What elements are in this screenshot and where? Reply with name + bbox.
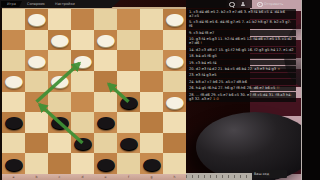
board-cell[interactable] xyxy=(94,50,117,71)
board-cell[interactable] xyxy=(71,30,94,51)
file-label: a xyxy=(2,174,25,180)
board-cell[interactable] xyxy=(94,71,117,92)
board-cell[interactable] xyxy=(48,153,71,174)
board-cell[interactable] xyxy=(117,71,140,92)
user-icon[interactable] xyxy=(241,2,245,6)
move-list-row[interactable]: 20. d2-e3 f4:d2 21. b4-c5 d6:b4 22. a3:e… xyxy=(187,66,296,71)
board-cell[interactable]: ● xyxy=(48,71,71,92)
board-cell[interactable]: ● xyxy=(2,112,25,133)
board-cell[interactable] xyxy=(94,92,117,113)
board-cell[interactable]: ● xyxy=(48,112,71,133)
board-cell[interactable]: ● xyxy=(163,9,186,30)
file-label: f xyxy=(117,174,140,180)
board-cell[interactable] xyxy=(117,30,140,51)
right-black-strip xyxy=(301,0,320,180)
board-cell[interactable] xyxy=(140,133,163,154)
board-cell[interactable]: ● xyxy=(25,50,48,71)
board-cell[interactable] xyxy=(140,50,163,71)
app-window: Игра Соперник Настройки Отправить ●●●●●●… xyxy=(0,0,320,180)
file-label: h xyxy=(163,174,186,180)
move-list-row[interactable]: 14. d2-c3 d8-c7 15. g1-f2 h6-g5 16. f2-g… xyxy=(187,47,296,52)
board-cell[interactable] xyxy=(25,71,48,92)
board-cell[interactable] xyxy=(163,71,186,92)
move-list-row[interactable]: 28. ... f8:d6 29. c5:e7 b6-c5 30. e7-f8 … xyxy=(187,92,296,102)
board-cell[interactable] xyxy=(140,92,163,113)
board-cell[interactable] xyxy=(48,133,71,154)
board-cell[interactable] xyxy=(48,50,71,71)
board-cell[interactable] xyxy=(2,9,25,30)
board-cell[interactable] xyxy=(2,30,25,51)
checkers-board: ●●●●●●●●●●●●●●●●●●● abcdefgh xyxy=(2,7,186,180)
board-cell[interactable] xyxy=(117,50,140,71)
top-menu-bar: Игра Соперник Настройки xyxy=(0,0,120,8)
board-cell[interactable] xyxy=(163,112,186,133)
board-grid: ●●●●●●●●●●●●●●●●●●● xyxy=(2,9,186,174)
board-cell[interactable]: ● xyxy=(94,30,117,51)
magnifier-icon[interactable] xyxy=(229,2,235,8)
board-cell[interactable] xyxy=(117,112,140,133)
board-cell[interactable] xyxy=(25,30,48,51)
board-cell[interactable] xyxy=(140,71,163,92)
board-cell[interactable] xyxy=(25,112,48,133)
menu-tab-game[interactable]: Игра xyxy=(1,1,22,7)
move-list-row[interactable]: 18. b4-a5 f6-g5 xyxy=(187,54,296,59)
board-cell[interactable]: ● xyxy=(48,30,71,51)
board-cell[interactable] xyxy=(2,50,25,71)
board-cell[interactable]: ● xyxy=(94,112,117,133)
board-cell[interactable]: ● xyxy=(140,153,163,174)
board-cell[interactable] xyxy=(2,92,25,113)
file-label: g xyxy=(140,174,163,180)
board-cell[interactable] xyxy=(48,92,71,113)
board-cell[interactable] xyxy=(140,9,163,30)
board-cell[interactable]: ● xyxy=(163,92,186,113)
move-list-row[interactable]: 24. b8-a7 c7-b6 25. a5:c7 d8:b6 xyxy=(187,79,296,84)
board-cell[interactable]: ● xyxy=(71,133,94,154)
move-list-row[interactable]: 1. c3-d4 d6-e5 2. b2-c3 e7-d6 3. e3-f4 b… xyxy=(187,9,296,19)
board-cell[interactable] xyxy=(163,30,186,51)
file-label: d xyxy=(71,174,94,180)
panel-footer-strip xyxy=(186,173,252,180)
board-cell[interactable] xyxy=(71,92,94,113)
board-cell[interactable] xyxy=(2,133,25,154)
board-cell[interactable] xyxy=(94,133,117,154)
menu-item-opponent[interactable]: Соперник xyxy=(27,2,45,6)
board-cell[interactable] xyxy=(25,153,48,174)
move-list-row[interactable]: 10. g3-f4 e5:g3 11. h2:f4 d6-e5 12. f4:d… xyxy=(187,37,296,47)
board-cell[interactable] xyxy=(163,153,186,174)
status-badge: Ваш ход xyxy=(252,170,287,178)
board-cell[interactable] xyxy=(25,92,48,113)
menu-item-settings[interactable]: Настройки xyxy=(55,2,75,6)
board-cell[interactable] xyxy=(71,112,94,133)
move-list-row[interactable]: 9. c3-b4 f8-e7 xyxy=(187,30,296,35)
board-cell[interactable] xyxy=(25,133,48,154)
board-cell[interactable]: ● xyxy=(2,71,25,92)
board-cell[interactable] xyxy=(48,9,71,30)
board-cell[interactable] xyxy=(71,153,94,174)
file-labels: abcdefgh xyxy=(2,174,186,180)
move-list-row[interactable]: 26. h4-g5 f6:h4 27. h6-g7 f8:h6 28. d6-e… xyxy=(187,86,296,91)
board-cell[interactable]: ● xyxy=(2,153,25,174)
move-list-row[interactable]: 23. e3-f4 g3:e5 xyxy=(187,73,296,78)
board-cell[interactable] xyxy=(163,133,186,154)
board-cell[interactable]: ● xyxy=(94,153,117,174)
file-label: b xyxy=(25,174,48,180)
board-cell[interactable] xyxy=(71,71,94,92)
board-cell[interactable] xyxy=(117,153,140,174)
board-cell[interactable]: ● xyxy=(117,92,140,113)
file-label: c xyxy=(48,174,71,180)
board-cell[interactable] xyxy=(140,30,163,51)
board-cell[interactable] xyxy=(94,9,117,30)
board-cell[interactable]: ● xyxy=(71,50,94,71)
board-cell[interactable]: ● xyxy=(117,133,140,154)
board-cell[interactable]: ● xyxy=(163,50,186,71)
board-cell[interactable] xyxy=(71,9,94,30)
info-icon[interactable] xyxy=(257,2,263,8)
file-label: e xyxy=(94,174,117,180)
board-cell[interactable] xyxy=(117,9,140,30)
board-cell[interactable]: ● xyxy=(25,9,48,30)
move-list-panel: 1. c3-d4 d6-e5 2. b2-c3 e7-d6 3. e3-f4 b… xyxy=(187,9,296,103)
move-list-row[interactable]: 19. c3-b4 e5-f4 xyxy=(187,60,296,65)
move-list-row[interactable]: 5. c3-d4 f6-e5 6. d4:f6 g7:e5 7. a1-b2 h… xyxy=(187,20,296,30)
panel-header-label: Отправить xyxy=(264,2,300,6)
board-cell[interactable] xyxy=(140,112,163,133)
